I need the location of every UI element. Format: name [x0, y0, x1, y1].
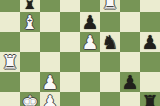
square-a6[interactable] [0, 12, 20, 32]
square-a5[interactable] [0, 32, 20, 52]
square-b3[interactable] [20, 72, 40, 92]
square-h4[interactable] [140, 52, 160, 72]
piece-black-pawn[interactable]: ♟ [120, 72, 140, 92]
square-f4[interactable] [100, 52, 120, 72]
square-b5[interactable] [20, 32, 40, 52]
piece-white-bishop[interactable]: ♝ [20, 12, 40, 32]
piece-white-rook[interactable]: ♜ [100, 0, 120, 12]
square-c4[interactable] [40, 52, 60, 72]
square-g5[interactable] [120, 32, 140, 52]
piece-white-pawn[interactable]: ♟ [80, 32, 100, 52]
square-d2[interactable] [60, 92, 80, 106]
square-d5[interactable] [60, 32, 80, 52]
square-g3[interactable]: ♟ [120, 72, 140, 92]
square-b2[interactable]: ♚ [20, 92, 40, 106]
square-d6[interactable] [60, 12, 80, 32]
square-b6[interactable]: ♝ [20, 12, 40, 32]
piece-white-king[interactable]: ♚ [20, 92, 40, 106]
square-c5[interactable] [40, 32, 60, 52]
square-c2[interactable]: ♟ [40, 92, 60, 106]
square-e4[interactable] [80, 52, 100, 72]
piece-white-rook[interactable]: ♜ [0, 52, 20, 72]
square-c6[interactable] [40, 12, 60, 32]
square-c7[interactable] [40, 0, 60, 12]
square-g6[interactable] [120, 12, 140, 32]
piece-white-pawn[interactable]: ♟ [40, 72, 60, 92]
square-a4[interactable]: ♜ [0, 52, 20, 72]
square-c3[interactable]: ♟ [40, 72, 60, 92]
piece-black-pawn[interactable]: ♟ [140, 32, 160, 52]
square-f5[interactable]: ♞ [100, 32, 120, 52]
square-f6[interactable] [100, 12, 120, 32]
square-a7[interactable] [0, 0, 20, 12]
piece-black-knight[interactable]: ♞ [100, 32, 120, 52]
square-e5[interactable]: ♟ [80, 32, 100, 52]
square-g7[interactable] [120, 0, 140, 12]
square-h2[interactable]: ♜ [140, 92, 160, 106]
square-a2[interactable] [0, 92, 20, 106]
square-h3[interactable] [140, 72, 160, 92]
square-d3[interactable] [60, 72, 80, 92]
chess-board-viewport: ♝♜♝♟♟♞♟♜♟♟♚♟♜ [0, 0, 160, 106]
square-f3[interactable] [100, 72, 120, 92]
chess-board: ♝♜♝♟♟♞♟♜♟♟♚♟♜ [0, 0, 160, 106]
square-h7[interactable] [140, 0, 160, 12]
square-e3[interactable] [80, 72, 100, 92]
square-g4[interactable] [120, 52, 140, 72]
square-d4[interactable] [60, 52, 80, 72]
square-h5[interactable]: ♟ [140, 32, 160, 52]
piece-black-pawn[interactable]: ♟ [80, 12, 100, 32]
square-a3[interactable] [0, 72, 20, 92]
square-e2[interactable] [80, 92, 100, 106]
square-b4[interactable] [20, 52, 40, 72]
square-f7[interactable]: ♜ [100, 0, 120, 12]
square-d7[interactable] [60, 0, 80, 12]
piece-black-rook[interactable]: ♜ [140, 92, 160, 106]
square-h6[interactable] [140, 12, 160, 32]
piece-white-pawn[interactable]: ♟ [40, 92, 60, 106]
square-g2[interactable] [120, 92, 140, 106]
square-f2[interactable] [100, 92, 120, 106]
square-e6[interactable]: ♟ [80, 12, 100, 32]
